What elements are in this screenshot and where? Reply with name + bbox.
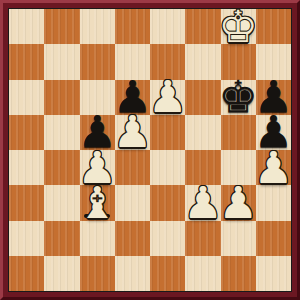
square-d5[interactable]: ♟	[115, 115, 150, 150]
square-d1[interactable]	[115, 256, 150, 291]
square-g8[interactable]: ♚	[221, 9, 256, 44]
square-b4[interactable]	[44, 150, 79, 185]
square-h4[interactable]: ♟	[256, 150, 291, 185]
square-f5[interactable]	[185, 115, 220, 150]
square-c8[interactable]	[80, 9, 115, 44]
square-f3[interactable]: ♟	[185, 185, 220, 220]
square-e2[interactable]	[150, 221, 185, 256]
square-b5[interactable]	[44, 115, 79, 150]
square-g3[interactable]: ♟	[221, 185, 256, 220]
square-c7[interactable]	[80, 44, 115, 79]
white-bishop[interactable]: ♝	[80, 185, 115, 220]
square-a3[interactable]	[9, 185, 44, 220]
square-f8[interactable]	[185, 9, 220, 44]
square-d8[interactable]	[115, 9, 150, 44]
white-pawn[interactable]: ♟	[221, 185, 256, 220]
square-d2[interactable]	[115, 221, 150, 256]
square-a1[interactable]	[9, 256, 44, 291]
square-h1[interactable]	[256, 256, 291, 291]
white-king[interactable]: ♚	[221, 9, 256, 44]
square-a2[interactable]	[9, 221, 44, 256]
square-c3[interactable]: ♝	[80, 185, 115, 220]
chess-board: ♚♟♟♚♟♟♟♟♟♟♝♟♟	[9, 9, 291, 291]
square-c1[interactable]	[80, 256, 115, 291]
square-a5[interactable]	[9, 115, 44, 150]
square-b1[interactable]	[44, 256, 79, 291]
white-pawn[interactable]: ♟	[115, 115, 150, 150]
square-g1[interactable]	[221, 256, 256, 291]
square-b7[interactable]	[44, 44, 79, 79]
square-h8[interactable]	[256, 9, 291, 44]
white-pawn[interactable]: ♟	[150, 80, 185, 115]
square-f7[interactable]	[185, 44, 220, 79]
square-g6[interactable]: ♚	[221, 80, 256, 115]
square-d3[interactable]	[115, 185, 150, 220]
board-frame: ♚♟♟♚♟♟♟♟♟♟♝♟♟	[0, 0, 300, 300]
white-pawn[interactable]: ♟	[185, 185, 220, 220]
white-pawn[interactable]: ♟	[256, 150, 291, 185]
square-b8[interactable]	[44, 9, 79, 44]
square-f1[interactable]	[185, 256, 220, 291]
square-b2[interactable]	[44, 221, 79, 256]
square-a4[interactable]	[9, 150, 44, 185]
square-f6[interactable]	[185, 80, 220, 115]
square-e8[interactable]	[150, 9, 185, 44]
square-e4[interactable]	[150, 150, 185, 185]
square-e1[interactable]	[150, 256, 185, 291]
square-b3[interactable]	[44, 185, 79, 220]
square-a6[interactable]	[9, 80, 44, 115]
square-e3[interactable]	[150, 185, 185, 220]
black-king[interactable]: ♚	[221, 80, 256, 115]
square-e6[interactable]: ♟	[150, 80, 185, 115]
square-a7[interactable]	[9, 44, 44, 79]
square-b6[interactable]	[44, 80, 79, 115]
square-a8[interactable]	[9, 9, 44, 44]
square-h2[interactable]	[256, 221, 291, 256]
